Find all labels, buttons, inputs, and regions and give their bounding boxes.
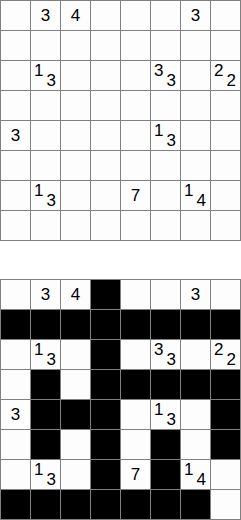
wall-cell-r1c0 bbox=[1, 310, 30, 339]
cell-r4c4 bbox=[121, 121, 150, 150]
cell-r3c6 bbox=[181, 91, 210, 120]
cell-r5c7 bbox=[211, 151, 240, 180]
cell-r2c2 bbox=[61, 340, 90, 369]
clue-number-top-left: 3 bbox=[154, 341, 163, 358]
cell-r4c7 bbox=[211, 121, 240, 150]
cell-r2c0 bbox=[1, 61, 30, 90]
cell-r5c3 bbox=[91, 151, 120, 180]
clue-number-bottom-right: 3 bbox=[167, 411, 176, 428]
cell-r0c2: 4 bbox=[61, 1, 90, 30]
cell-r5c1 bbox=[31, 151, 60, 180]
cell-r5c2 bbox=[61, 151, 90, 180]
clue-number: 4 bbox=[71, 286, 80, 303]
cell-r7c2 bbox=[61, 211, 90, 240]
wall-cell-r3c6 bbox=[181, 370, 210, 399]
cell-r0c5 bbox=[151, 1, 180, 30]
clue-number-bottom-right: 3 bbox=[167, 351, 176, 368]
cell-r6c2 bbox=[61, 460, 90, 489]
wall-cell-r7c2 bbox=[61, 490, 90, 519]
clue-number-top-left: 1 bbox=[34, 341, 43, 358]
cell-r7c5 bbox=[151, 211, 180, 240]
wall-cell-r4c2 bbox=[61, 400, 90, 429]
cell-r4c3 bbox=[91, 121, 120, 150]
cell-r2c1: 13 bbox=[31, 340, 60, 369]
clue-number-bottom-right: 3 bbox=[47, 351, 56, 368]
cell-r0c6: 3 bbox=[181, 280, 210, 309]
wall-cell-r1c2 bbox=[61, 310, 90, 339]
cell-r6c7 bbox=[211, 460, 240, 489]
cell-r7c7 bbox=[211, 211, 240, 240]
clue-number: 3 bbox=[11, 406, 20, 423]
cell-r6c3 bbox=[91, 181, 120, 210]
cell-r6c1: 13 bbox=[31, 460, 60, 489]
cell-r5c2 bbox=[61, 430, 90, 459]
cell-r2c6 bbox=[181, 340, 210, 369]
cell-r5c0 bbox=[1, 430, 30, 459]
cell-r4c5: 13 bbox=[151, 121, 180, 150]
cell-r0c0 bbox=[1, 1, 30, 30]
cell-r6c6: 14 bbox=[181, 460, 210, 489]
cell-r2c5: 33 bbox=[151, 340, 180, 369]
cell-r4c0: 3 bbox=[1, 121, 30, 150]
cell-r7c7 bbox=[211, 490, 240, 519]
clue-number-top-left: 3 bbox=[154, 62, 163, 79]
cell-r6c6: 14 bbox=[181, 181, 210, 210]
wall-cell-r4c3 bbox=[91, 400, 120, 429]
clue-number: 7 bbox=[131, 466, 140, 483]
cell-r0c1: 3 bbox=[31, 280, 60, 309]
cell-r4c4 bbox=[121, 400, 150, 429]
wall-cell-r4c7 bbox=[211, 400, 240, 429]
cell-r6c4: 7 bbox=[121, 460, 150, 489]
wall-cell-r1c5 bbox=[151, 310, 180, 339]
cell-r7c1 bbox=[31, 211, 60, 240]
cell-r5c6 bbox=[181, 151, 210, 180]
cell-r1c6 bbox=[181, 31, 210, 60]
cell-r6c2 bbox=[61, 181, 90, 210]
wall-cell-r3c3 bbox=[91, 370, 120, 399]
cell-r5c4 bbox=[121, 151, 150, 180]
wall-cell-r5c1 bbox=[31, 430, 60, 459]
cell-r0c7 bbox=[211, 280, 240, 309]
cell-r0c6: 3 bbox=[181, 1, 210, 30]
wall-cell-r5c7 bbox=[211, 430, 240, 459]
wall-cell-r1c3 bbox=[91, 310, 120, 339]
cell-r0c4 bbox=[121, 1, 150, 30]
wall-cell-r7c6 bbox=[181, 490, 210, 519]
cell-r1c1 bbox=[31, 31, 60, 60]
cell-r0c3 bbox=[91, 1, 120, 30]
cell-r6c5 bbox=[151, 181, 180, 210]
wall-cell-r3c5 bbox=[151, 370, 180, 399]
clue-number-bottom-right: 3 bbox=[167, 132, 176, 149]
clue-number-top-left: 2 bbox=[214, 341, 223, 358]
wall-cell-r7c4 bbox=[121, 490, 150, 519]
tapa-solution-board: 34313332231313714 bbox=[0, 279, 241, 520]
cell-r6c0 bbox=[1, 460, 30, 489]
clue-number-top-left: 1 bbox=[34, 62, 43, 79]
clue-number: 3 bbox=[41, 7, 50, 24]
cell-r2c4 bbox=[121, 61, 150, 90]
wall-cell-r0c3 bbox=[91, 280, 120, 309]
cell-r3c3 bbox=[91, 91, 120, 120]
cell-r2c7: 22 bbox=[211, 340, 240, 369]
clue-number-bottom-right: 3 bbox=[47, 192, 56, 209]
clue-number-bottom-right: 2 bbox=[227, 351, 236, 368]
cell-r3c1 bbox=[31, 91, 60, 120]
cell-r4c6 bbox=[181, 400, 210, 429]
clue-number-top-left: 2 bbox=[214, 62, 223, 79]
cell-r2c6 bbox=[181, 61, 210, 90]
cell-r7c0 bbox=[1, 211, 30, 240]
cell-r7c3 bbox=[91, 211, 120, 240]
cell-r3c2 bbox=[61, 91, 90, 120]
clue-number-top-left: 1 bbox=[34, 461, 43, 478]
cell-r1c3 bbox=[91, 31, 120, 60]
wall-cell-r2c3 bbox=[91, 340, 120, 369]
cell-r4c0: 3 bbox=[1, 400, 30, 429]
cell-r6c7 bbox=[211, 181, 240, 210]
clue-number: 3 bbox=[11, 127, 20, 144]
cell-r3c2 bbox=[61, 370, 90, 399]
cell-r0c7 bbox=[211, 1, 240, 30]
wall-cell-r7c0 bbox=[1, 490, 30, 519]
cell-r6c4: 7 bbox=[121, 181, 150, 210]
cell-r7c4 bbox=[121, 211, 150, 240]
wall-cell-r3c7 bbox=[211, 370, 240, 399]
clue-number-bottom-right: 4 bbox=[197, 471, 206, 488]
cell-r4c6 bbox=[181, 121, 210, 150]
cell-r2c5: 33 bbox=[151, 61, 180, 90]
clue-number-bottom-right: 4 bbox=[197, 192, 206, 209]
wall-cell-r1c4 bbox=[121, 310, 150, 339]
cell-r2c2 bbox=[61, 61, 90, 90]
cell-r1c4 bbox=[121, 31, 150, 60]
wall-cell-r1c1 bbox=[31, 310, 60, 339]
clue-number-top-left: 1 bbox=[184, 461, 193, 478]
cell-r5c4 bbox=[121, 430, 150, 459]
cell-r0c1: 3 bbox=[31, 1, 60, 30]
cell-r4c2 bbox=[61, 121, 90, 150]
cell-r2c1: 13 bbox=[31, 61, 60, 90]
cell-r2c3 bbox=[91, 61, 120, 90]
clue-number-bottom-right: 2 bbox=[227, 72, 236, 89]
wall-cell-r7c3 bbox=[91, 490, 120, 519]
clue-number-bottom-right: 3 bbox=[47, 72, 56, 89]
wall-cell-r1c6 bbox=[181, 310, 210, 339]
tapa-puzzle-board: 34313332231313714 bbox=[0, 0, 241, 241]
cell-r1c5 bbox=[151, 31, 180, 60]
cell-r1c7 bbox=[211, 31, 240, 60]
clue-number: 3 bbox=[191, 7, 200, 24]
cell-r3c5 bbox=[151, 91, 180, 120]
wall-cell-r7c1 bbox=[31, 490, 60, 519]
cell-r0c0 bbox=[1, 280, 30, 309]
clue-number-top-left: 1 bbox=[154, 122, 163, 139]
clue-number: 3 bbox=[41, 286, 50, 303]
clue-number-top-left: 1 bbox=[154, 401, 163, 418]
cell-r2c4 bbox=[121, 340, 150, 369]
clue-number-bottom-right: 3 bbox=[47, 471, 56, 488]
clue-number: 7 bbox=[131, 187, 140, 204]
wall-cell-r1c7 bbox=[211, 310, 240, 339]
clue-number-top-left: 1 bbox=[184, 182, 193, 199]
wall-cell-r3c4 bbox=[121, 370, 150, 399]
wall-cell-r4c1 bbox=[31, 400, 60, 429]
cell-r3c4 bbox=[121, 91, 150, 120]
cell-r4c5: 13 bbox=[151, 400, 180, 429]
wall-cell-r5c5 bbox=[151, 430, 180, 459]
wall-cell-r6c5 bbox=[151, 460, 180, 489]
cell-r1c0 bbox=[1, 31, 30, 60]
cell-r2c0 bbox=[1, 340, 30, 369]
cell-r3c0 bbox=[1, 370, 30, 399]
cell-r1c2 bbox=[61, 31, 90, 60]
cell-r4c1 bbox=[31, 121, 60, 150]
wall-cell-r6c3 bbox=[91, 460, 120, 489]
cell-r3c7 bbox=[211, 91, 240, 120]
cell-r5c6 bbox=[181, 430, 210, 459]
cell-r7c6 bbox=[181, 211, 210, 240]
clue-number-top-left: 1 bbox=[34, 182, 43, 199]
cell-r3c0 bbox=[1, 91, 30, 120]
cell-r2c7: 22 bbox=[211, 61, 240, 90]
cell-r0c4 bbox=[121, 280, 150, 309]
cell-r6c1: 13 bbox=[31, 181, 60, 210]
clue-number: 3 bbox=[191, 286, 200, 303]
clue-number: 4 bbox=[71, 7, 80, 24]
tapa-puzzle-page: 34313332231313714 34313332231313714 bbox=[0, 0, 241, 520]
cell-r5c0 bbox=[1, 151, 30, 180]
wall-cell-r7c5 bbox=[151, 490, 180, 519]
wall-cell-r5c3 bbox=[91, 430, 120, 459]
cell-r6c0 bbox=[1, 181, 30, 210]
clue-number-bottom-right: 3 bbox=[167, 72, 176, 89]
wall-cell-r3c1 bbox=[31, 370, 60, 399]
cell-r5c5 bbox=[151, 151, 180, 180]
cell-r0c2: 4 bbox=[61, 280, 90, 309]
cell-r0c5 bbox=[151, 280, 180, 309]
